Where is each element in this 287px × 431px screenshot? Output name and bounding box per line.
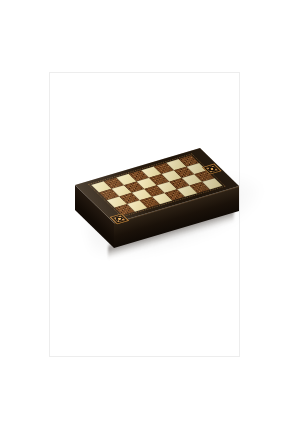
chess-case-scene xyxy=(50,73,239,356)
product-photo-card[interactable] xyxy=(49,72,240,357)
page: { "game": "chess", "photo_card": { "alt"… xyxy=(0,0,287,431)
